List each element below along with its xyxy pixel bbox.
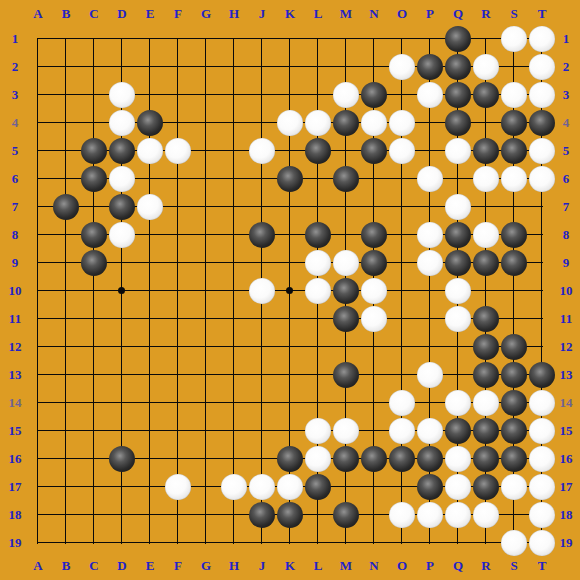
point-J9[interactable] [248, 249, 276, 277]
point-Q5[interactable] [444, 137, 472, 165]
point-L3[interactable] [304, 81, 332, 109]
point-G5[interactable] [192, 137, 220, 165]
point-C18[interactable] [80, 501, 108, 529]
point-C6[interactable] [80, 165, 108, 193]
point-H7[interactable] [220, 193, 248, 221]
point-E1[interactable] [136, 25, 164, 53]
point-G16[interactable] [192, 445, 220, 473]
point-C1[interactable] [80, 25, 108, 53]
point-Q3[interactable] [444, 81, 472, 109]
point-R12[interactable] [472, 333, 500, 361]
point-N18[interactable] [360, 501, 388, 529]
point-F16[interactable] [164, 445, 192, 473]
point-R7[interactable] [472, 193, 500, 221]
point-H17[interactable] [220, 473, 248, 501]
point-F17[interactable] [164, 473, 192, 501]
point-N14[interactable] [360, 389, 388, 417]
point-K3[interactable] [276, 81, 304, 109]
point-J15[interactable] [248, 417, 276, 445]
point-H13[interactable] [220, 361, 248, 389]
point-O2[interactable] [388, 53, 416, 81]
point-G6[interactable] [192, 165, 220, 193]
point-B1[interactable] [52, 25, 80, 53]
point-E12[interactable] [136, 333, 164, 361]
point-M14[interactable] [332, 389, 360, 417]
point-K9[interactable] [276, 249, 304, 277]
point-N6[interactable] [360, 165, 388, 193]
point-J6[interactable] [248, 165, 276, 193]
point-M10[interactable] [332, 277, 360, 305]
point-C2[interactable] [80, 53, 108, 81]
point-B18[interactable] [52, 501, 80, 529]
point-H10[interactable] [220, 277, 248, 305]
point-L17[interactable] [304, 473, 332, 501]
point-L9[interactable] [304, 249, 332, 277]
point-G3[interactable] [192, 81, 220, 109]
point-S5[interactable] [500, 137, 528, 165]
point-Q2[interactable] [444, 53, 472, 81]
point-M5[interactable] [332, 137, 360, 165]
point-K12[interactable] [276, 333, 304, 361]
point-R16[interactable] [472, 445, 500, 473]
point-N1[interactable] [360, 25, 388, 53]
point-Q4[interactable] [444, 109, 472, 137]
point-Q11[interactable] [444, 305, 472, 333]
point-J14[interactable] [248, 389, 276, 417]
point-N17[interactable] [360, 473, 388, 501]
point-O13[interactable] [388, 361, 416, 389]
point-M17[interactable] [332, 473, 360, 501]
point-F12[interactable] [164, 333, 192, 361]
point-H6[interactable] [220, 165, 248, 193]
point-P14[interactable] [416, 389, 444, 417]
point-C11[interactable] [80, 305, 108, 333]
point-C3[interactable] [80, 81, 108, 109]
point-R8[interactable] [472, 221, 500, 249]
point-E17[interactable] [136, 473, 164, 501]
point-D18[interactable] [108, 501, 136, 529]
point-L12[interactable] [304, 333, 332, 361]
point-G11[interactable] [192, 305, 220, 333]
point-H9[interactable] [220, 249, 248, 277]
point-R17[interactable] [472, 473, 500, 501]
point-O18[interactable] [388, 501, 416, 529]
point-P8[interactable] [416, 221, 444, 249]
point-Q1[interactable] [444, 25, 472, 53]
point-S12[interactable] [500, 333, 528, 361]
point-R6[interactable] [472, 165, 500, 193]
point-F9[interactable] [164, 249, 192, 277]
point-K5[interactable] [276, 137, 304, 165]
point-C16[interactable] [80, 445, 108, 473]
point-Q9[interactable] [444, 249, 472, 277]
point-L13[interactable] [304, 361, 332, 389]
point-J1[interactable] [248, 25, 276, 53]
point-O12[interactable] [388, 333, 416, 361]
point-P12[interactable] [416, 333, 444, 361]
point-B3[interactable] [52, 81, 80, 109]
point-G10[interactable] [192, 277, 220, 305]
point-M1[interactable] [332, 25, 360, 53]
point-C13[interactable] [80, 361, 108, 389]
point-O7[interactable] [388, 193, 416, 221]
point-C14[interactable] [80, 389, 108, 417]
point-M13[interactable] [332, 361, 360, 389]
point-E18[interactable] [136, 501, 164, 529]
point-R10[interactable] [472, 277, 500, 305]
point-J7[interactable] [248, 193, 276, 221]
point-S16[interactable] [500, 445, 528, 473]
point-M4[interactable] [332, 109, 360, 137]
point-M12[interactable] [332, 333, 360, 361]
point-P7[interactable] [416, 193, 444, 221]
point-K17[interactable] [276, 473, 304, 501]
point-F8[interactable] [164, 221, 192, 249]
point-O6[interactable] [388, 165, 416, 193]
point-R9[interactable] [472, 249, 500, 277]
point-E5[interactable] [136, 137, 164, 165]
point-K1[interactable] [276, 25, 304, 53]
point-B4[interactable] [52, 109, 80, 137]
point-K10[interactable] [276, 277, 304, 305]
point-S9[interactable] [500, 249, 528, 277]
point-B7[interactable] [52, 193, 80, 221]
point-P16[interactable] [416, 445, 444, 473]
point-S8[interactable] [500, 221, 528, 249]
point-N7[interactable] [360, 193, 388, 221]
point-F18[interactable] [164, 501, 192, 529]
point-B10[interactable] [52, 277, 80, 305]
point-P5[interactable] [416, 137, 444, 165]
point-J5[interactable] [248, 137, 276, 165]
point-M8[interactable] [332, 221, 360, 249]
point-K8[interactable] [276, 221, 304, 249]
point-M2[interactable] [332, 53, 360, 81]
point-H1[interactable] [220, 25, 248, 53]
point-P2[interactable] [416, 53, 444, 81]
point-D11[interactable] [108, 305, 136, 333]
point-R18[interactable] [472, 501, 500, 529]
point-N13[interactable] [360, 361, 388, 389]
point-K2[interactable] [276, 53, 304, 81]
point-H14[interactable] [220, 389, 248, 417]
point-J16[interactable] [248, 445, 276, 473]
point-S2[interactable] [500, 53, 528, 81]
point-B16[interactable] [52, 445, 80, 473]
point-G14[interactable] [192, 389, 220, 417]
point-N3[interactable] [360, 81, 388, 109]
point-D9[interactable] [108, 249, 136, 277]
point-J12[interactable] [248, 333, 276, 361]
point-L4[interactable] [304, 109, 332, 137]
point-D1[interactable] [108, 25, 136, 53]
point-D13[interactable] [108, 361, 136, 389]
point-B2[interactable] [52, 53, 80, 81]
point-L16[interactable] [304, 445, 332, 473]
point-D6[interactable] [108, 165, 136, 193]
point-L18[interactable] [304, 501, 332, 529]
point-H15[interactable] [220, 417, 248, 445]
point-G12[interactable] [192, 333, 220, 361]
point-S3[interactable] [500, 81, 528, 109]
point-S6[interactable] [500, 165, 528, 193]
point-N2[interactable] [360, 53, 388, 81]
point-H3[interactable] [220, 81, 248, 109]
point-R13[interactable] [472, 361, 500, 389]
point-D8[interactable] [108, 221, 136, 249]
point-E9[interactable] [136, 249, 164, 277]
point-L5[interactable] [304, 137, 332, 165]
point-G9[interactable] [192, 249, 220, 277]
point-Q14[interactable] [444, 389, 472, 417]
point-S11[interactable] [500, 305, 528, 333]
point-N4[interactable] [360, 109, 388, 137]
point-C7[interactable] [80, 193, 108, 221]
point-E16[interactable] [136, 445, 164, 473]
point-M11[interactable] [332, 305, 360, 333]
point-D10[interactable] [108, 277, 136, 305]
point-O15[interactable] [388, 417, 416, 445]
point-E13[interactable] [136, 361, 164, 389]
point-M15[interactable] [332, 417, 360, 445]
point-J4[interactable] [248, 109, 276, 137]
point-E10[interactable] [136, 277, 164, 305]
point-Q16[interactable] [444, 445, 472, 473]
point-E6[interactable] [136, 165, 164, 193]
point-O9[interactable] [388, 249, 416, 277]
point-E15[interactable] [136, 417, 164, 445]
point-D12[interactable] [108, 333, 136, 361]
point-D17[interactable] [108, 473, 136, 501]
point-J11[interactable] [248, 305, 276, 333]
point-S17[interactable] [500, 473, 528, 501]
point-S15[interactable] [500, 417, 528, 445]
point-B6[interactable] [52, 165, 80, 193]
point-B12[interactable] [52, 333, 80, 361]
point-R11[interactable] [472, 305, 500, 333]
point-H8[interactable] [220, 221, 248, 249]
point-D14[interactable] [108, 389, 136, 417]
point-L8[interactable] [304, 221, 332, 249]
point-E8[interactable] [136, 221, 164, 249]
point-C17[interactable] [80, 473, 108, 501]
point-O1[interactable] [388, 25, 416, 53]
point-P4[interactable] [416, 109, 444, 137]
point-N5[interactable] [360, 137, 388, 165]
point-Q13[interactable] [444, 361, 472, 389]
point-S14[interactable] [500, 389, 528, 417]
point-Q17[interactable] [444, 473, 472, 501]
point-M16[interactable] [332, 445, 360, 473]
point-B13[interactable] [52, 361, 80, 389]
point-N15[interactable] [360, 417, 388, 445]
point-Q6[interactable] [444, 165, 472, 193]
point-J8[interactable] [248, 221, 276, 249]
point-B15[interactable] [52, 417, 80, 445]
point-R1[interactable] [472, 25, 500, 53]
point-E14[interactable] [136, 389, 164, 417]
point-N10[interactable] [360, 277, 388, 305]
point-E3[interactable] [136, 81, 164, 109]
point-H18[interactable] [220, 501, 248, 529]
point-H16[interactable] [220, 445, 248, 473]
point-F11[interactable] [164, 305, 192, 333]
point-D3[interactable] [108, 81, 136, 109]
point-J3[interactable] [248, 81, 276, 109]
point-B11[interactable] [52, 305, 80, 333]
point-O10[interactable] [388, 277, 416, 305]
point-N16[interactable] [360, 445, 388, 473]
point-P3[interactable] [416, 81, 444, 109]
point-P15[interactable] [416, 417, 444, 445]
point-B17[interactable] [52, 473, 80, 501]
point-F13[interactable] [164, 361, 192, 389]
point-O16[interactable] [388, 445, 416, 473]
point-Q12[interactable] [444, 333, 472, 361]
point-S7[interactable] [500, 193, 528, 221]
point-C15[interactable] [80, 417, 108, 445]
point-P11[interactable] [416, 305, 444, 333]
point-S10[interactable] [500, 277, 528, 305]
point-R3[interactable] [472, 81, 500, 109]
point-K15[interactable] [276, 417, 304, 445]
point-F4[interactable] [164, 109, 192, 137]
point-F1[interactable] [164, 25, 192, 53]
point-G13[interactable] [192, 361, 220, 389]
point-Q15[interactable] [444, 417, 472, 445]
point-B8[interactable] [52, 221, 80, 249]
point-L14[interactable] [304, 389, 332, 417]
point-L2[interactable] [304, 53, 332, 81]
point-E2[interactable] [136, 53, 164, 81]
point-C4[interactable] [80, 109, 108, 137]
point-H5[interactable] [220, 137, 248, 165]
point-P9[interactable] [416, 249, 444, 277]
point-M18[interactable] [332, 501, 360, 529]
point-F6[interactable] [164, 165, 192, 193]
point-R2[interactable] [472, 53, 500, 81]
point-B14[interactable] [52, 389, 80, 417]
point-H11[interactable] [220, 305, 248, 333]
point-L10[interactable] [304, 277, 332, 305]
point-O8[interactable] [388, 221, 416, 249]
point-M3[interactable] [332, 81, 360, 109]
point-S4[interactable] [500, 109, 528, 137]
point-D2[interactable] [108, 53, 136, 81]
point-K16[interactable] [276, 445, 304, 473]
point-G17[interactable] [192, 473, 220, 501]
point-Q18[interactable] [444, 501, 472, 529]
point-K4[interactable] [276, 109, 304, 137]
point-O14[interactable] [388, 389, 416, 417]
point-Q7[interactable] [444, 193, 472, 221]
point-Q10[interactable] [444, 277, 472, 305]
point-B9[interactable] [52, 249, 80, 277]
point-F10[interactable] [164, 277, 192, 305]
point-C10[interactable] [80, 277, 108, 305]
point-B5[interactable] [52, 137, 80, 165]
point-E4[interactable] [136, 109, 164, 137]
point-C9[interactable] [80, 249, 108, 277]
point-R15[interactable] [472, 417, 500, 445]
point-J17[interactable] [248, 473, 276, 501]
point-K7[interactable] [276, 193, 304, 221]
point-G7[interactable] [192, 193, 220, 221]
point-S18[interactable] [500, 501, 528, 529]
point-F7[interactable] [164, 193, 192, 221]
point-R4[interactable] [472, 109, 500, 137]
point-F14[interactable] [164, 389, 192, 417]
point-S13[interactable] [500, 361, 528, 389]
point-G4[interactable] [192, 109, 220, 137]
point-D16[interactable] [108, 445, 136, 473]
point-M6[interactable] [332, 165, 360, 193]
point-L6[interactable] [304, 165, 332, 193]
point-K18[interactable] [276, 501, 304, 529]
point-N9[interactable] [360, 249, 388, 277]
point-G8[interactable] [192, 221, 220, 249]
point-D15[interactable] [108, 417, 136, 445]
point-K13[interactable] [276, 361, 304, 389]
point-J18[interactable] [248, 501, 276, 529]
point-D4[interactable] [108, 109, 136, 137]
point-N12[interactable] [360, 333, 388, 361]
point-H2[interactable] [220, 53, 248, 81]
point-F15[interactable] [164, 417, 192, 445]
point-S1[interactable] [500, 25, 528, 53]
point-M7[interactable] [332, 193, 360, 221]
point-F3[interactable] [164, 81, 192, 109]
point-J2[interactable] [248, 53, 276, 81]
point-K11[interactable] [276, 305, 304, 333]
point-J10[interactable] [248, 277, 276, 305]
point-G1[interactable] [192, 25, 220, 53]
point-H4[interactable] [220, 109, 248, 137]
point-E7[interactable] [136, 193, 164, 221]
point-O4[interactable] [388, 109, 416, 137]
point-O11[interactable] [388, 305, 416, 333]
point-R5[interactable] [472, 137, 500, 165]
point-Q8[interactable] [444, 221, 472, 249]
point-N8[interactable] [360, 221, 388, 249]
point-N11[interactable] [360, 305, 388, 333]
point-G2[interactable] [192, 53, 220, 81]
point-L15[interactable] [304, 417, 332, 445]
point-C5[interactable] [80, 137, 108, 165]
point-C12[interactable] [80, 333, 108, 361]
point-D5[interactable] [108, 137, 136, 165]
point-O3[interactable] [388, 81, 416, 109]
point-P18[interactable] [416, 501, 444, 529]
point-F5[interactable] [164, 137, 192, 165]
point-P1[interactable] [416, 25, 444, 53]
point-G15[interactable] [192, 417, 220, 445]
point-E11[interactable] [136, 305, 164, 333]
point-P6[interactable] [416, 165, 444, 193]
point-P10[interactable] [416, 277, 444, 305]
point-F2[interactable] [164, 53, 192, 81]
point-P17[interactable] [416, 473, 444, 501]
point-O5[interactable] [388, 137, 416, 165]
point-R14[interactable] [472, 389, 500, 417]
point-D7[interactable] [108, 193, 136, 221]
point-M9[interactable] [332, 249, 360, 277]
point-J13[interactable] [248, 361, 276, 389]
point-P13[interactable] [416, 361, 444, 389]
point-L7[interactable] [304, 193, 332, 221]
point-K14[interactable] [276, 389, 304, 417]
point-L11[interactable] [304, 305, 332, 333]
